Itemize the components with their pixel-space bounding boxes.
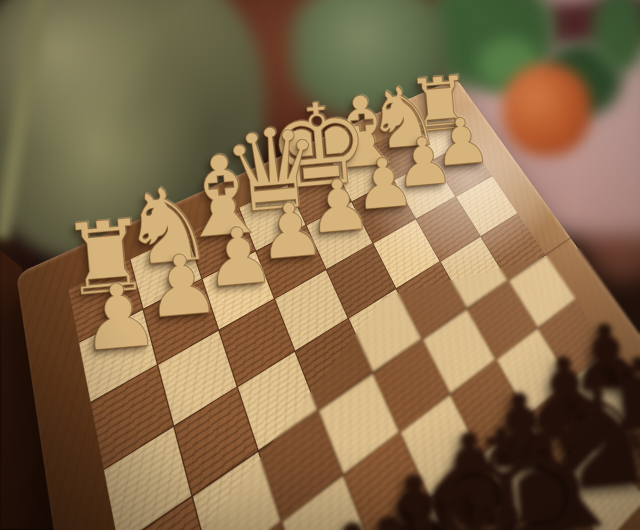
board-grid (68, 109, 640, 530)
plant-foliage-icon (425, 0, 555, 90)
chess-board (16, 78, 640, 530)
photo-stage: ♜♞♝♛♚♝♞♜♟♟♟♟♟♟♟♟♟♟♟♟♟♟♟♟♜♞♝♛♚♝♞♜ (0, 0, 640, 530)
dark-red-stripe (547, 0, 640, 46)
sculpture-branch (0, 0, 49, 240)
table-edge-right (580, 130, 640, 280)
plant-leaf (478, 38, 540, 90)
plant-leaf (592, 0, 640, 73)
plant-leaf (542, 42, 622, 117)
terracotta-pot (503, 64, 591, 156)
